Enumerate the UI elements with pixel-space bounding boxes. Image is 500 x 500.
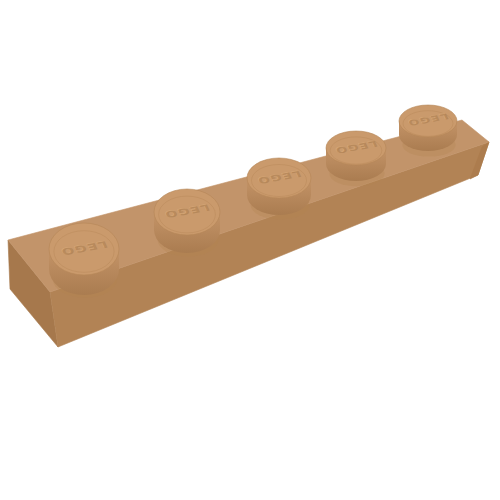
stud-4: LEGOLEGO <box>326 131 386 186</box>
stud-5: LEGOLEGO <box>399 105 457 157</box>
stud-2: LEGOLEGO <box>154 189 220 257</box>
stud-3: LEGOLEGO <box>247 158 311 219</box>
stud-1: LEGOLEGO <box>49 223 119 298</box>
lego-plate-render: LEGOLEGOLEGOLEGOLEGOLEGOLEGOLEGOLEGOLEGO <box>0 0 500 500</box>
product-image: LEGOLEGOLEGOLEGOLEGOLEGOLEGOLEGOLEGOLEGO <box>0 0 500 500</box>
